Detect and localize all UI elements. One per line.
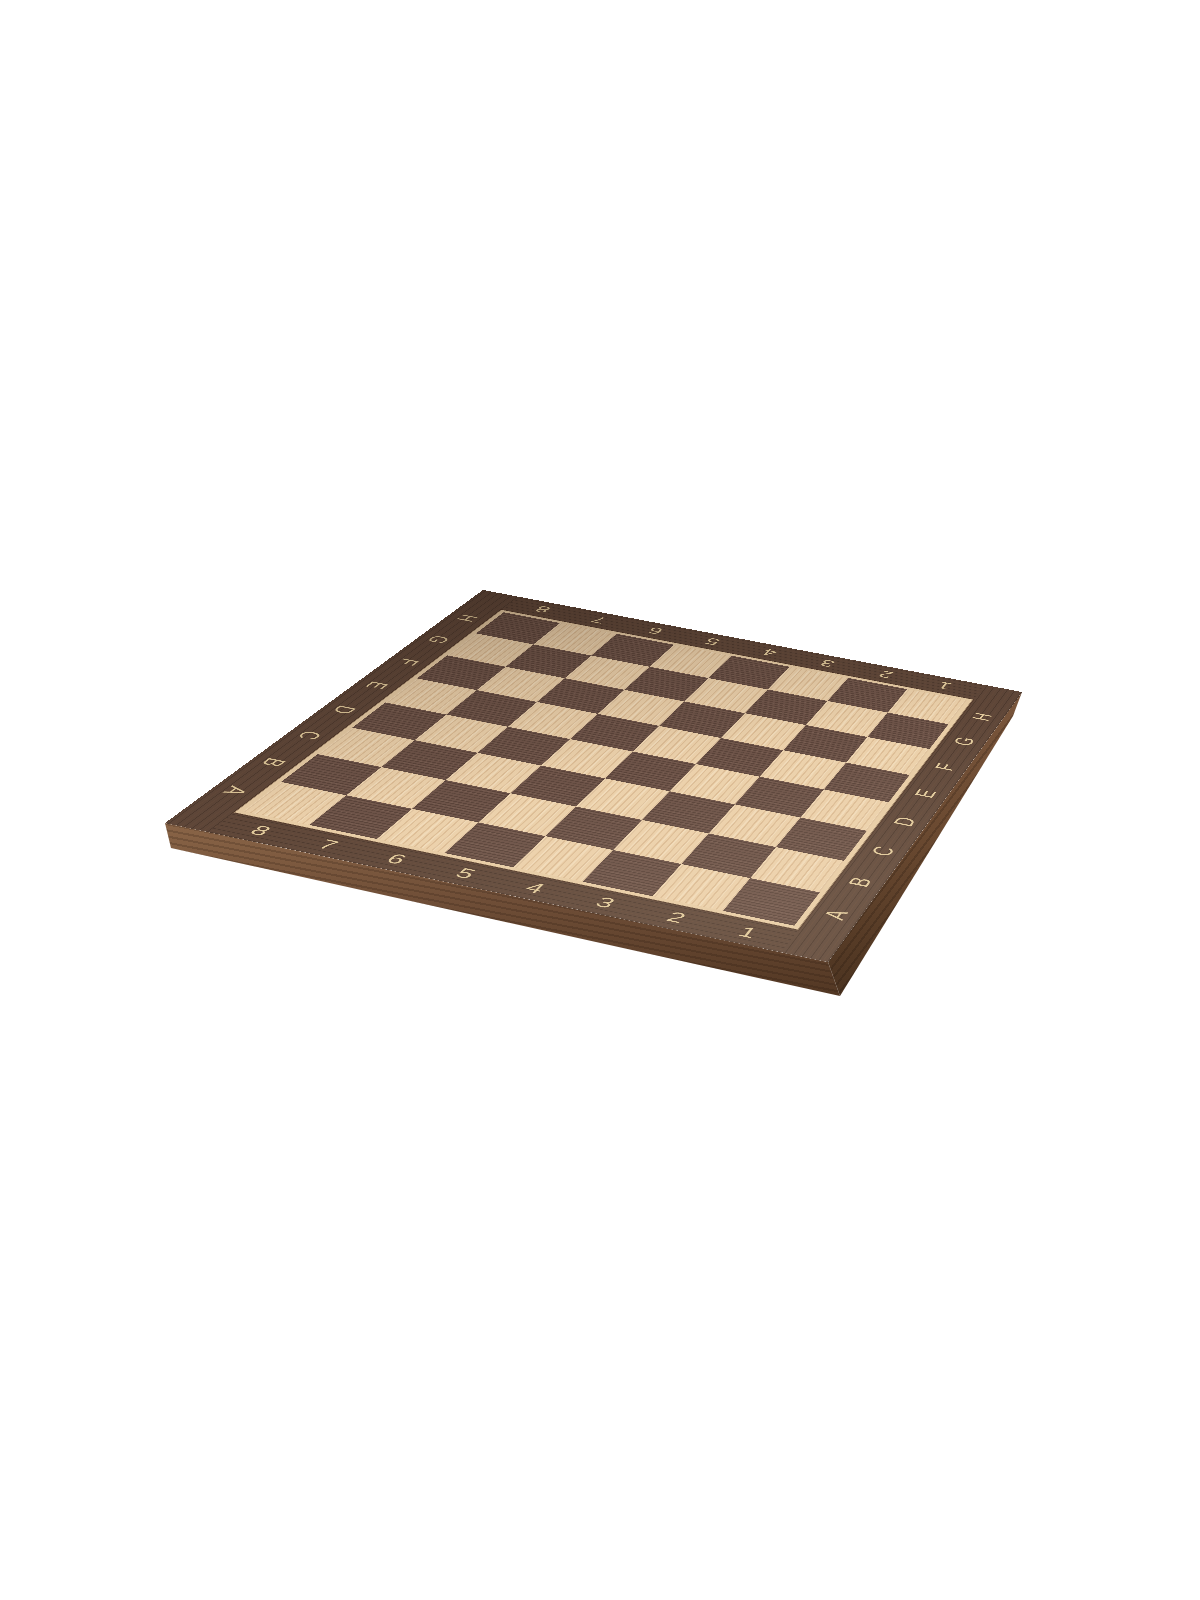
photo-canvas: AABBCCDDEEFFGGHH1122334455667788 [0, 0, 1200, 1600]
